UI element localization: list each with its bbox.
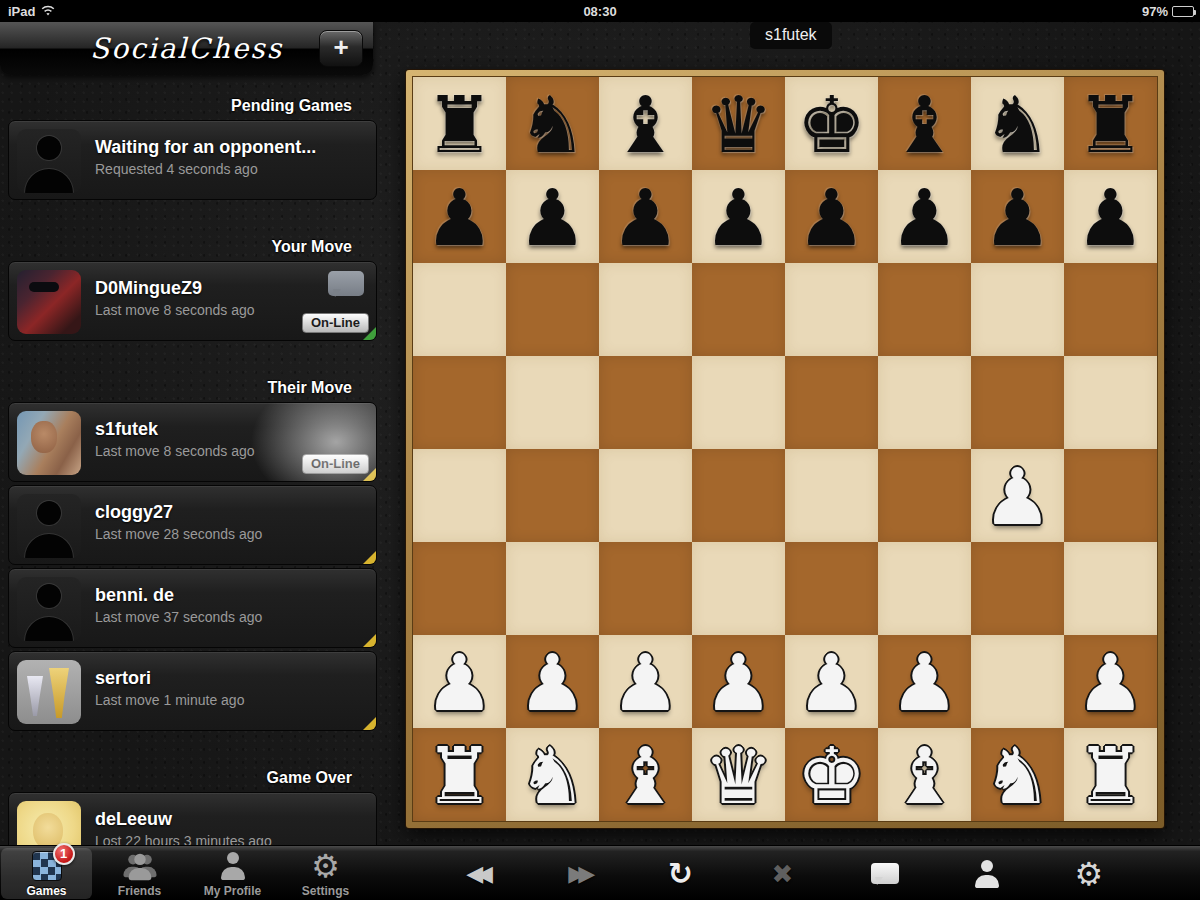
square-d3[interactable] [692,542,785,635]
white-rook: ♜ [1064,728,1157,821]
square-c3[interactable] [599,542,692,635]
tab-label: Friends [118,884,161,898]
square-h3[interactable] [1064,542,1157,635]
corner-flag [363,468,376,481]
gear-icon: ⚙ [1075,855,1104,893]
tab-label: Settings [302,884,349,898]
bottom-bar: 1GamesFriendsMy Profile⚙Settings ◀◀▶▶↻✖⚙ [0,845,1200,900]
black-knight: ♞ [971,77,1064,170]
game-list-item[interactable]: s1futekLast move 8 seconds agoOn-Line [8,402,377,482]
last-move-status: Last move 28 seconds ago [95,526,262,542]
section-title: Their Move [0,379,352,397]
white-pawn: ♟ [785,635,878,728]
game-list-item[interactable]: benni. deLast move 37 seconds ago [8,568,377,648]
last-move-status: Last move 1 minute ago [95,692,244,708]
chat-bubble-icon [871,863,899,884]
white-pawn: ♟ [506,635,599,728]
square-g7[interactable]: ♟ [971,170,1064,263]
square-h1[interactable]: ♜ [1064,728,1157,821]
black-pawn: ♟ [413,170,506,263]
chat-button[interactable] [855,851,915,896]
my-profile-person-icon [216,850,250,882]
square-a4[interactable] [413,449,506,542]
square-g5[interactable] [971,356,1064,449]
game-section: Your MoveD0MingueZ9Last move 8 seconds a… [0,238,385,341]
avatar [17,270,81,334]
square-b8[interactable]: ♞ [506,77,599,170]
corner-flag [363,634,376,647]
square-a6[interactable] [413,263,506,356]
black-bishop: ♝ [878,77,971,170]
status-bar: iPad 08:30 97% [0,0,1200,22]
square-f2[interactable]: ♟ [878,635,971,728]
white-king: ♚ [785,728,878,821]
close-x-icon: ✖ [772,859,794,889]
white-pawn: ♟ [878,635,971,728]
square-f5[interactable] [878,356,971,449]
square-g1[interactable]: ♞ [971,728,1064,821]
last-move-status: Last move 8 seconds ago [95,302,255,318]
square-b5[interactable] [506,356,599,449]
last-move-status: Requested 4 seconds ago [95,161,258,177]
game-settings-button[interactable]: ⚙ [1059,851,1119,896]
settings-gear-icon: ⚙ [309,850,343,882]
black-king: ♚ [785,77,878,170]
square-e6[interactable] [785,263,878,356]
square-b4[interactable] [506,449,599,542]
black-pawn: ♟ [506,170,599,263]
last-move-status: Last move 8 seconds ago [95,443,255,459]
square-f7[interactable]: ♟ [878,170,971,263]
battery-percent: 97% [1142,4,1168,19]
tab-strip: 1GamesFriendsMy Profile⚙Settings [0,846,385,900]
square-g8[interactable]: ♞ [971,77,1064,170]
corner-flag [363,551,376,564]
opponent-name: deLeeuw [95,809,172,830]
square-d2[interactable]: ♟ [692,635,785,728]
section-title: Game Over [0,769,352,787]
white-bishop: ♝ [878,728,971,821]
square-e5[interactable] [785,356,878,449]
square-c7[interactable]: ♟ [599,170,692,263]
square-c2[interactable]: ♟ [599,635,692,728]
rewind-button[interactable]: ◀◀ [446,851,506,896]
square-a7[interactable]: ♟ [413,170,506,263]
online-badge: On-Line [302,454,369,474]
square-f1[interactable]: ♝ [878,728,971,821]
square-d1[interactable]: ♛ [692,728,785,821]
game-list-item[interactable]: Waiting for an opponent...Requested 4 se… [8,120,377,200]
square-a8[interactable]: ♜ [413,77,506,170]
square-d6[interactable] [692,263,785,356]
square-f8[interactable]: ♝ [878,77,971,170]
square-b1[interactable]: ♞ [506,728,599,821]
black-rook: ♜ [1064,77,1157,170]
last-move-status: Last move 37 seconds ago [95,609,262,625]
sync-icon: ↻ [668,856,693,891]
game-section: Their Moves1futekLast move 8 seconds ago… [0,379,385,731]
square-c8[interactable]: ♝ [599,77,692,170]
corner-flag [363,717,376,730]
square-e2[interactable]: ♟ [785,635,878,728]
white-bishop: ♝ [599,728,692,821]
black-pawn: ♟ [785,170,878,263]
black-knight: ♞ [506,77,599,170]
sidebar: SocialChess + Pending GamesWaiting for a… [0,22,385,845]
resign-button[interactable]: ✖ [752,851,812,896]
tab-friends[interactable]: Friends [93,846,186,900]
section-title: Pending Games [0,97,352,115]
new-game-button[interactable]: + [319,30,363,67]
square-h4[interactable] [1064,449,1157,542]
games-count-badge: 1 [53,843,75,865]
opponent-name: s1futek [95,419,158,440]
square-a3[interactable] [413,542,506,635]
black-pawn: ♟ [692,170,785,263]
avatar [17,801,81,845]
tab-settings[interactable]: ⚙Settings [279,846,372,900]
white-pawn: ♟ [599,635,692,728]
square-d8[interactable]: ♛ [692,77,785,170]
rewind-icon: ◀◀ [466,861,486,886]
white-knight: ♞ [971,728,1064,821]
fast-forward-button[interactable]: ▶▶ [548,851,608,896]
app-header: SocialChess + [0,22,373,75]
square-e8[interactable]: ♚ [785,77,878,170]
black-pawn: ♟ [1064,170,1157,263]
white-pawn: ♟ [1064,635,1157,728]
square-g2[interactable] [971,635,1064,728]
square-e3[interactable] [785,542,878,635]
friends-icon [123,850,157,882]
opponent-profile-button[interactable] [957,851,1017,896]
device-label: iPad [8,4,35,19]
section-title: Your Move [0,238,352,256]
square-d4[interactable] [692,449,785,542]
game-lists: Pending GamesWaiting for an opponent...R… [0,97,385,845]
clock: 08:30 [0,4,1200,19]
black-bishop: ♝ [599,77,692,170]
corner-flag [363,327,376,340]
white-knight: ♞ [506,728,599,821]
opponent-name-tab: s1futek [750,22,832,49]
square-b3[interactable] [506,542,599,635]
square-b6[interactable] [506,263,599,356]
square-g6[interactable] [971,263,1064,356]
chess-board-frame: ♜♞♝♛♚♝♞♜♟♟♟♟♟♟♟♟♟♟♟♟♟♟♟♟♜♞♝♛♚♝♞♜ [406,70,1164,828]
square-c1[interactable]: ♝ [599,728,692,821]
battery-icon [1172,6,1194,17]
square-c6[interactable] [599,263,692,356]
square-h2[interactable]: ♟ [1064,635,1157,728]
game-section: Game OverdeLeeuwLost 22 hours 3 minutes … [0,769,385,845]
square-a1[interactable]: ♜ [413,728,506,821]
avatar [17,660,81,724]
square-e7[interactable]: ♟ [785,170,878,263]
square-f3[interactable] [878,542,971,635]
opponent-name: benni. de [95,585,174,606]
white-queen: ♛ [692,728,785,821]
square-h8[interactable]: ♜ [1064,77,1157,170]
app-title: SocialChess [90,32,283,65]
black-rook: ♜ [413,77,506,170]
square-a2[interactable]: ♟ [413,635,506,728]
black-pawn: ♟ [599,170,692,263]
white-rook: ♜ [413,728,506,821]
avatar [17,577,81,641]
square-f4[interactable] [878,449,971,542]
square-b2[interactable]: ♟ [506,635,599,728]
avatar [17,494,81,558]
square-c5[interactable] [599,356,692,449]
game-list-item[interactable]: D0MingueZ9Last move 8 seconds agoOn-Line [8,261,377,341]
white-pawn: ♟ [413,635,506,728]
opponent-name: cloggy27 [95,502,173,523]
tab-games[interactable]: 1Games [0,846,93,900]
opponent-name: Waiting for an opponent... [95,137,316,158]
square-h5[interactable] [1064,356,1157,449]
square-h6[interactable] [1064,263,1157,356]
square-c4[interactable] [599,449,692,542]
black-pawn: ♟ [971,170,1064,263]
square-e4[interactable] [785,449,878,542]
online-badge: On-Line [302,313,369,333]
white-pawn: ♟ [692,635,785,728]
square-b7[interactable]: ♟ [506,170,599,263]
opponent-name: D0MingueZ9 [95,278,202,299]
black-pawn: ♟ [878,170,971,263]
square-h7[interactable]: ♟ [1064,170,1157,263]
avatar [17,411,81,475]
chat-bubble-icon[interactable] [328,271,364,296]
tab-label: Games [26,884,66,898]
wifi-icon [40,5,56,17]
square-f6[interactable] [878,263,971,356]
square-a5[interactable] [413,356,506,449]
black-queen: ♛ [692,77,785,170]
tab-label: My Profile [204,884,261,898]
square-d5[interactable] [692,356,785,449]
square-e1[interactable]: ♚ [785,728,878,821]
white-pawn: ♟ [971,449,1064,542]
games-checkerboard-icon: 1 [30,850,64,882]
game-toolbar: ◀◀▶▶↻✖⚙ [425,846,1140,900]
square-g4[interactable]: ♟ [971,449,1064,542]
game-list-item[interactable]: deLeeuwLost 22 hours 3 minutes ago [8,792,377,845]
game-list-item[interactable]: cloggy27Last move 28 seconds ago [8,485,377,565]
fast-forward-icon: ▶▶ [568,861,588,886]
chess-board: ♜♞♝♛♚♝♞♜♟♟♟♟♟♟♟♟♟♟♟♟♟♟♟♟♜♞♝♛♚♝♞♜ [413,77,1157,821]
last-move-status: Lost 22 hours 3 minutes ago [95,833,272,845]
tab-my-profile[interactable]: My Profile [186,846,279,900]
sync-button[interactable]: ↻ [650,851,710,896]
avatar [17,129,81,193]
opponent-name: sertori [95,668,151,689]
square-g3[interactable] [971,542,1064,635]
square-d7[interactable]: ♟ [692,170,785,263]
game-section: Pending GamesWaiting for an opponent...R… [0,97,385,200]
person-icon [974,860,1000,888]
game-list-item[interactable]: sertoriLast move 1 minute ago [8,651,377,731]
